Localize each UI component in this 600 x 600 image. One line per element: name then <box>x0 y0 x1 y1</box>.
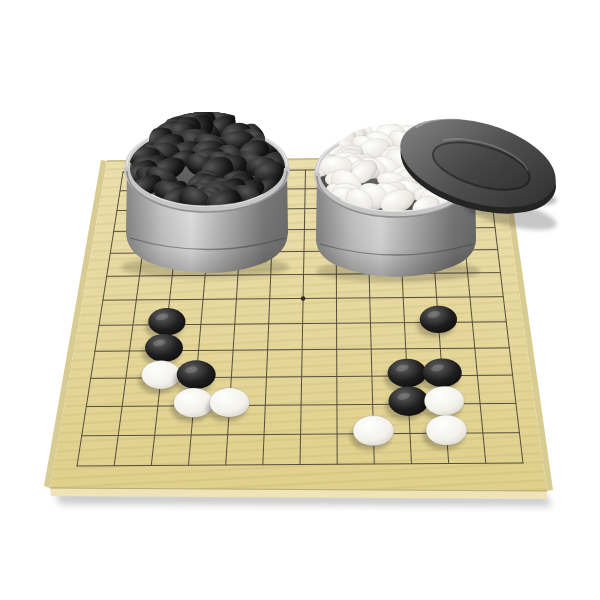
star-point <box>301 296 306 301</box>
stone-white-i12 <box>353 416 394 446</box>
stone-black-j10 <box>388 359 427 388</box>
stone-black-d10 <box>177 360 216 389</box>
stone-black-j11 <box>389 387 429 416</box>
stone-white-d11 <box>174 388 214 417</box>
stone-white-c10 <box>142 361 181 390</box>
stone-black-c9 <box>145 334 183 362</box>
stone-white-k12 <box>426 415 467 445</box>
black-stone-bowl <box>123 99 297 273</box>
stone-black-k8 <box>420 306 457 333</box>
stone-white-e11 <box>210 388 250 417</box>
scene-svg <box>0 0 600 600</box>
stone-black-k10 <box>423 358 462 387</box>
stone-white-k11 <box>424 386 464 415</box>
go-board-photo <box>0 0 600 600</box>
stone-black-c8 <box>148 308 185 335</box>
